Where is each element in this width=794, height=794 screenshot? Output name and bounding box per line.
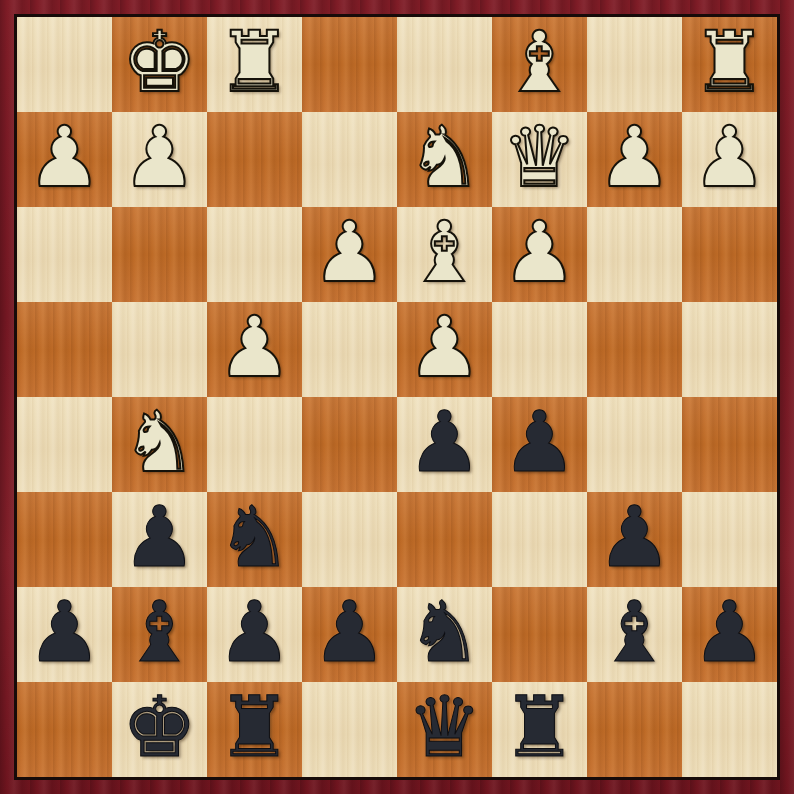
black-pawn-h7[interactable]: ♟ bbox=[27, 590, 102, 674]
black-pawn-b6[interactable]: ♟ bbox=[597, 495, 672, 579]
square-h4[interactable] bbox=[17, 302, 112, 397]
square-b7[interactable]: ♝ bbox=[587, 587, 682, 682]
square-a5[interactable] bbox=[682, 397, 777, 492]
square-d6[interactable] bbox=[397, 492, 492, 587]
square-b6[interactable]: ♟ bbox=[587, 492, 682, 587]
black-knight-f6[interactable]: ♞ bbox=[217, 495, 292, 579]
white-pawn-h2[interactable]: ♟ bbox=[27, 115, 102, 199]
square-g3[interactable] bbox=[112, 207, 207, 302]
black-pawn-c5[interactable]: ♟ bbox=[502, 400, 577, 484]
white-rook-f1[interactable]: ♜ bbox=[217, 20, 292, 104]
square-b4[interactable] bbox=[587, 302, 682, 397]
black-bishop-g7[interactable]: ♝ bbox=[122, 590, 197, 674]
square-g7[interactable]: ♝ bbox=[112, 587, 207, 682]
square-a1[interactable]: ♜ bbox=[682, 17, 777, 112]
square-f1[interactable]: ♜ bbox=[207, 17, 302, 112]
square-e3[interactable]: ♟ bbox=[302, 207, 397, 302]
white-pawn-e3[interactable]: ♟ bbox=[312, 210, 387, 294]
square-d7[interactable]: ♞ bbox=[397, 587, 492, 682]
white-pawn-c3[interactable]: ♟ bbox=[502, 210, 577, 294]
square-h8[interactable] bbox=[17, 682, 112, 777]
white-pawn-d4[interactable]: ♟ bbox=[407, 305, 482, 389]
square-b5[interactable] bbox=[587, 397, 682, 492]
square-c5[interactable]: ♟ bbox=[492, 397, 587, 492]
square-c6[interactable] bbox=[492, 492, 587, 587]
square-h1[interactable] bbox=[17, 17, 112, 112]
square-h6[interactable] bbox=[17, 492, 112, 587]
square-d3[interactable]: ♝ bbox=[397, 207, 492, 302]
square-f4[interactable]: ♟ bbox=[207, 302, 302, 397]
square-d2[interactable]: ♞ bbox=[397, 112, 492, 207]
square-h3[interactable] bbox=[17, 207, 112, 302]
white-pawn-f4[interactable]: ♟ bbox=[217, 305, 292, 389]
square-e8[interactable] bbox=[302, 682, 397, 777]
black-pawn-g6[interactable]: ♟ bbox=[122, 495, 197, 579]
black-bishop-b7[interactable]: ♝ bbox=[597, 590, 672, 674]
black-rook-c8[interactable]: ♜ bbox=[502, 685, 577, 769]
square-b8[interactable] bbox=[587, 682, 682, 777]
square-f3[interactable] bbox=[207, 207, 302, 302]
square-a8[interactable] bbox=[682, 682, 777, 777]
square-e4[interactable] bbox=[302, 302, 397, 397]
square-c2[interactable]: ♛ bbox=[492, 112, 587, 207]
square-g5[interactable]: ♞ bbox=[112, 397, 207, 492]
square-c1[interactable]: ♝ bbox=[492, 17, 587, 112]
black-pawn-f7[interactable]: ♟ bbox=[217, 590, 292, 674]
black-king-g8[interactable]: ♚ bbox=[122, 685, 197, 769]
board-frame: ♚♜♝♜♟♟♞♛♟♟♟♝♟♟♟♞♟♟♟♞♟♟♝♟♟♞♝♟♚♜♛♜ bbox=[0, 0, 794, 794]
square-a2[interactable]: ♟ bbox=[682, 112, 777, 207]
white-rook-a1[interactable]: ♜ bbox=[692, 20, 767, 104]
white-knight-g5[interactable]: ♞ bbox=[122, 400, 197, 484]
square-f5[interactable] bbox=[207, 397, 302, 492]
black-queen-d8[interactable]: ♛ bbox=[407, 685, 482, 769]
square-f7[interactable]: ♟ bbox=[207, 587, 302, 682]
square-b1[interactable] bbox=[587, 17, 682, 112]
square-d1[interactable] bbox=[397, 17, 492, 112]
white-queen-c2[interactable]: ♛ bbox=[502, 115, 577, 199]
square-e6[interactable] bbox=[302, 492, 397, 587]
square-e1[interactable] bbox=[302, 17, 397, 112]
square-c8[interactable]: ♜ bbox=[492, 682, 587, 777]
board-inner-border: ♚♜♝♜♟♟♞♛♟♟♟♝♟♟♟♞♟♟♟♞♟♟♝♟♟♞♝♟♚♜♛♜ bbox=[14, 14, 780, 780]
square-d5[interactable]: ♟ bbox=[397, 397, 492, 492]
white-pawn-a2[interactable]: ♟ bbox=[692, 115, 767, 199]
square-a6[interactable] bbox=[682, 492, 777, 587]
square-b3[interactable] bbox=[587, 207, 682, 302]
white-pawn-g2[interactable]: ♟ bbox=[122, 115, 197, 199]
square-f8[interactable]: ♜ bbox=[207, 682, 302, 777]
square-a7[interactable]: ♟ bbox=[682, 587, 777, 682]
square-a3[interactable] bbox=[682, 207, 777, 302]
black-rook-f8[interactable]: ♜ bbox=[217, 685, 292, 769]
square-d4[interactable]: ♟ bbox=[397, 302, 492, 397]
black-pawn-e7[interactable]: ♟ bbox=[312, 590, 387, 674]
square-c4[interactable] bbox=[492, 302, 587, 397]
square-a4[interactable] bbox=[682, 302, 777, 397]
black-pawn-d5[interactable]: ♟ bbox=[407, 400, 482, 484]
square-h7[interactable]: ♟ bbox=[17, 587, 112, 682]
white-bishop-c1[interactable]: ♝ bbox=[502, 20, 577, 104]
chess-board: ♚♜♝♜♟♟♞♛♟♟♟♝♟♟♟♞♟♟♟♞♟♟♝♟♟♞♝♟♚♜♛♜ bbox=[17, 17, 777, 777]
square-f2[interactable] bbox=[207, 112, 302, 207]
black-knight-d7[interactable]: ♞ bbox=[407, 590, 482, 674]
square-g1[interactable]: ♚ bbox=[112, 17, 207, 112]
square-g4[interactable] bbox=[112, 302, 207, 397]
square-h2[interactable]: ♟ bbox=[17, 112, 112, 207]
square-d8[interactable]: ♛ bbox=[397, 682, 492, 777]
square-b2[interactable]: ♟ bbox=[587, 112, 682, 207]
white-knight-d2[interactable]: ♞ bbox=[407, 115, 482, 199]
white-bishop-d3[interactable]: ♝ bbox=[407, 210, 482, 294]
white-king-g1[interactable]: ♚ bbox=[122, 20, 197, 104]
square-f6[interactable]: ♞ bbox=[207, 492, 302, 587]
square-e7[interactable]: ♟ bbox=[302, 587, 397, 682]
square-g2[interactable]: ♟ bbox=[112, 112, 207, 207]
square-e5[interactable] bbox=[302, 397, 397, 492]
square-c3[interactable]: ♟ bbox=[492, 207, 587, 302]
black-pawn-a7[interactable]: ♟ bbox=[692, 590, 767, 674]
square-g6[interactable]: ♟ bbox=[112, 492, 207, 587]
white-pawn-b2[interactable]: ♟ bbox=[597, 115, 672, 199]
square-g8[interactable]: ♚ bbox=[112, 682, 207, 777]
square-c7[interactable] bbox=[492, 587, 587, 682]
square-e2[interactable] bbox=[302, 112, 397, 207]
square-h5[interactable] bbox=[17, 397, 112, 492]
